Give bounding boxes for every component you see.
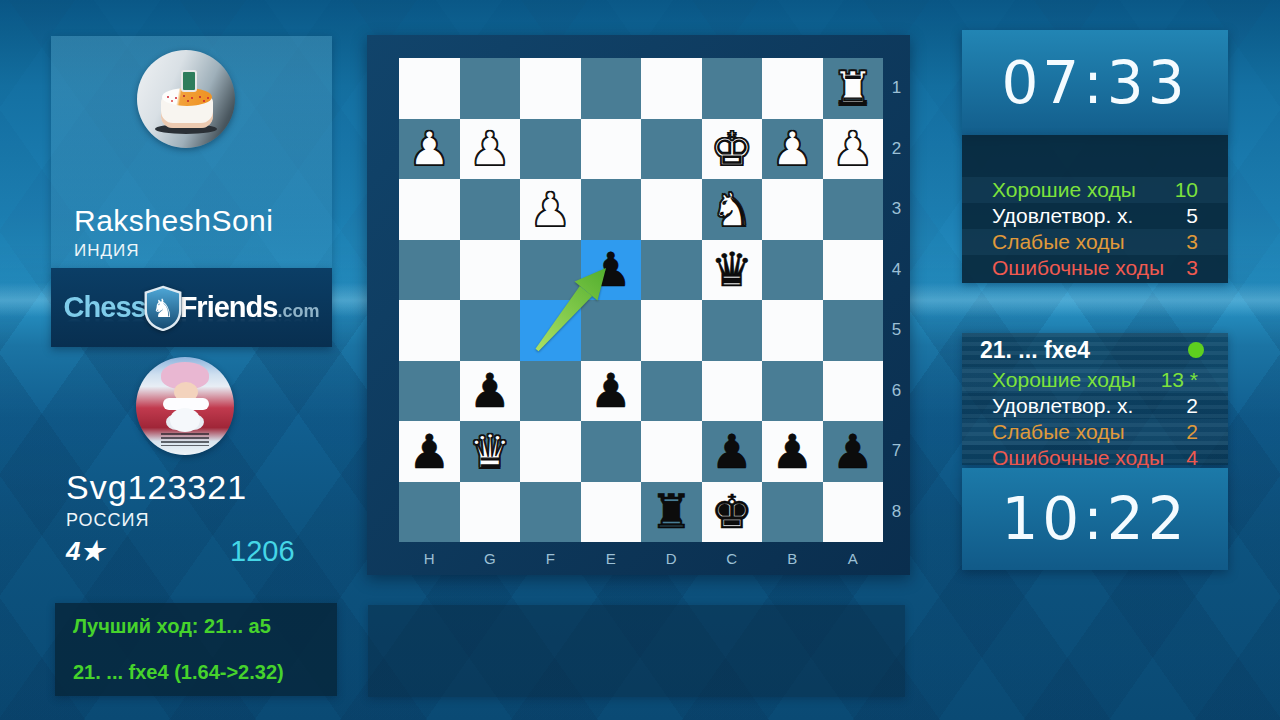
square-h2[interactable]: ♟	[399, 119, 460, 180]
square-e8[interactable]	[581, 482, 642, 543]
square-g3[interactable]	[460, 179, 521, 240]
logo-word-friends: Friends	[180, 291, 278, 324]
move-quality-stats-top: Хорошие ходы10Удовлетвор. х.5Слабые ходы…	[962, 135, 1228, 283]
current-move-panel: 21. ... fxe4 Хорошие ходы13 *Удовлетвор.…	[962, 333, 1228, 465]
file-label-c: C	[702, 542, 763, 575]
square-e6[interactable]: ♟	[581, 361, 642, 422]
square-a6[interactable]	[823, 361, 884, 422]
piece-white-pawn-b2[interactable]: ♟	[771, 125, 813, 172]
square-b1[interactable]	[762, 58, 823, 119]
file-label-e: E	[581, 542, 642, 575]
square-d5[interactable]	[641, 300, 702, 361]
piece-white-queen-g7[interactable]: ♛	[469, 428, 511, 475]
piece-black-pawn-e4[interactable]: ♟	[590, 246, 632, 293]
square-e2[interactable]	[581, 119, 642, 180]
piece-white-pawn-h2[interactable]: ♟	[408, 125, 450, 172]
square-f4[interactable]	[520, 240, 581, 301]
square-g1[interactable]	[460, 58, 521, 119]
piece-white-pawn-f3[interactable]: ♟	[529, 186, 571, 233]
file-label-d: D	[641, 542, 702, 575]
stat-label-weak: Слабые ходы	[992, 230, 1186, 254]
rank-label-6: 6	[883, 361, 910, 422]
player-name-bottom: Svg123321	[66, 468, 247, 507]
file-label-f: F	[520, 542, 581, 575]
move-quality-dot	[1188, 342, 1204, 358]
piece-white-pawn-g2[interactable]: ♟	[469, 125, 511, 172]
square-e5[interactable]	[581, 300, 642, 361]
player-country-top: ИНДИЯ	[74, 241, 140, 261]
square-g4[interactable]	[460, 240, 521, 301]
square-d3[interactable]	[641, 179, 702, 240]
file-label-h: H	[399, 542, 460, 575]
rank-label-1: 1	[883, 58, 910, 119]
square-c4[interactable]: ♛	[702, 240, 763, 301]
rank-label-4: 4	[883, 240, 910, 301]
square-b3[interactable]	[762, 179, 823, 240]
piece-black-pawn-g6[interactable]: ♟	[469, 367, 511, 414]
stat-value-bad: 3	[1186, 256, 1198, 280]
square-a4[interactable]	[823, 240, 884, 301]
square-g6[interactable]: ♟	[460, 361, 521, 422]
stat-label-weak: Слабые ходы	[992, 420, 1186, 444]
square-b8[interactable]	[762, 482, 823, 543]
player-stars-bottom: 4★	[66, 536, 104, 567]
stat-label-ok: Удовлетвор. х.	[992, 204, 1186, 228]
square-f6[interactable]	[520, 361, 581, 422]
square-a1[interactable]: ♜	[823, 58, 884, 119]
piece-white-pawn-a2[interactable]: ♟	[832, 125, 874, 172]
square-b5[interactable]	[762, 300, 823, 361]
best-move-line-2: 21. ... fxe4 (1.64->2.32)	[73, 661, 319, 684]
site-logo-bar: Chess ♞ Friends .com	[51, 268, 332, 347]
stat-row-bad: Ошибочные ходы3	[962, 255, 1228, 281]
player-name-top: RaksheshSoni	[74, 204, 273, 238]
avatar-bottom-player	[136, 357, 234, 455]
square-c8[interactable]: ♚	[702, 482, 763, 543]
piece-black-rook-d8[interactable]: ♜	[650, 488, 692, 535]
avatar-cake-badge	[181, 70, 197, 92]
square-b6[interactable]	[762, 361, 823, 422]
piece-black-king-c8[interactable]: ♚	[711, 488, 753, 535]
piece-black-queen-c4[interactable]: ♛	[711, 246, 753, 293]
piece-black-pawn-e6[interactable]: ♟	[590, 367, 632, 414]
square-b2[interactable]: ♟	[762, 119, 823, 180]
square-h3[interactable]	[399, 179, 460, 240]
square-b4[interactable]	[762, 240, 823, 301]
stat-value-good: 13 *	[1161, 368, 1198, 392]
stat-row-weak: Слабые ходы3	[962, 229, 1228, 255]
square-a8[interactable]	[823, 482, 884, 543]
square-g5[interactable]	[460, 300, 521, 361]
square-f5[interactable]	[520, 300, 581, 361]
piece-black-pawn-c7[interactable]: ♟	[711, 428, 753, 475]
stat-row-good: Хорошие ходы10	[962, 177, 1228, 203]
stat-row-ok: Удовлетвор. х.5	[962, 203, 1228, 229]
stat-label-bad: Ошибочные ходы	[992, 256, 1186, 280]
rank-label-7: 7	[883, 421, 910, 482]
square-h5[interactable]	[399, 300, 460, 361]
square-h4[interactable]	[399, 240, 460, 301]
bottom-info-box	[368, 605, 905, 697]
clock-top-value: 07:33	[1001, 49, 1188, 117]
square-h6[interactable]	[399, 361, 460, 422]
square-a7[interactable]: ♟	[823, 421, 884, 482]
square-c2[interactable]: ♚	[702, 119, 763, 180]
square-f1[interactable]	[520, 58, 581, 119]
stat-value-ok: 5	[1186, 204, 1198, 228]
square-d8[interactable]: ♜	[641, 482, 702, 543]
chess-board-frame: ♜♟♟♚♟♟♟♞♟♛♟♟♟♛♟♟♟♜♚ 12345678 HGFEDCBA	[367, 35, 910, 575]
best-move-line-1: Лучший ход: 21... a5	[73, 615, 319, 638]
square-h8[interactable]	[399, 482, 460, 543]
square-c7[interactable]: ♟	[702, 421, 763, 482]
file-label-b: B	[762, 542, 823, 575]
avatar-cake-sprinkles	[167, 96, 169, 98]
square-c5[interactable]	[702, 300, 763, 361]
square-h7[interactable]: ♟	[399, 421, 460, 482]
stat-label-bad: Ошибочные ходы	[992, 446, 1186, 470]
stat-value-weak: 2	[1186, 420, 1198, 444]
stat-value-good: 10	[1175, 178, 1198, 202]
current-move-header: 21. ... fxe4	[962, 333, 1228, 367]
avatar-top-player	[137, 50, 235, 148]
square-c6[interactable]	[702, 361, 763, 422]
square-a5[interactable]	[823, 300, 884, 361]
square-c3[interactable]: ♞	[702, 179, 763, 240]
square-d7[interactable]	[641, 421, 702, 482]
piece-black-pawn-a7[interactable]: ♟	[832, 428, 874, 475]
clock-bottom-player: 10:22	[962, 468, 1228, 570]
svg-text:♞: ♞	[151, 293, 173, 322]
current-move-san: 21. ... fxe4	[980, 337, 1188, 364]
square-g8[interactable]	[460, 482, 521, 543]
player-country-bottom: РОССИЯ	[66, 510, 150, 531]
square-e4[interactable]: ♟	[581, 240, 642, 301]
file-label-a: A	[823, 542, 884, 575]
square-b7[interactable]: ♟	[762, 421, 823, 482]
avatar-girl-caption	[161, 433, 209, 446]
stat-row-ok: Удовлетвор. х.2	[962, 393, 1228, 419]
square-h1[interactable]	[399, 58, 460, 119]
square-a3[interactable]	[823, 179, 884, 240]
best-move-box: Лучший ход: 21... a5 21. ... fxe4 (1.64-…	[55, 603, 337, 696]
stat-value-weak: 3	[1186, 230, 1198, 254]
file-labels: HGFEDCBA	[399, 542, 883, 575]
square-d1[interactable]	[641, 58, 702, 119]
square-f2[interactable]	[520, 119, 581, 180]
stat-label-ok: Удовлетвор. х.	[992, 394, 1186, 418]
logo-word-chess: Chess	[64, 291, 146, 324]
stat-value-bad: 4	[1186, 446, 1198, 470]
piece-black-pawn-h7[interactable]: ♟	[408, 428, 450, 475]
square-g7[interactable]: ♛	[460, 421, 521, 482]
square-d4[interactable]	[641, 240, 702, 301]
stat-label-good: Хорошие ходы	[992, 368, 1161, 392]
site-logo: Chess ♞ Friends .com	[64, 285, 320, 331]
square-e1[interactable]	[581, 58, 642, 119]
square-e3[interactable]	[581, 179, 642, 240]
stat-row-weak: Слабые ходы2	[962, 419, 1228, 445]
clock-top-player: 07:33	[962, 30, 1228, 135]
player-rating-bottom: 1206	[230, 535, 295, 568]
rank-label-5: 5	[883, 300, 910, 361]
square-e7[interactable]	[581, 421, 642, 482]
player-card-top: RaksheshSoni ИНДИЯ 16★ 1028	[51, 36, 332, 268]
stat-row-good: Хорошие ходы13 *	[962, 367, 1228, 393]
piece-white-rook-a1[interactable]: ♜	[832, 65, 874, 112]
file-label-g: G	[460, 542, 521, 575]
clock-bottom-value: 10:22	[1001, 485, 1188, 553]
chess-board[interactable]: ♜♟♟♚♟♟♟♞♟♛♟♟♟♛♟♟♟♜♚	[399, 58, 883, 542]
stat-label-good: Хорошие ходы	[992, 178, 1175, 202]
rank-label-2: 2	[883, 119, 910, 180]
rank-labels: 12345678	[883, 58, 910, 542]
piece-white-knight-c3[interactable]: ♞	[711, 186, 753, 233]
square-g2[interactable]: ♟	[460, 119, 521, 180]
square-a2[interactable]: ♟	[823, 119, 884, 180]
avatar-girl-muff	[170, 408, 200, 432]
piece-white-king-c2[interactable]: ♚	[711, 125, 753, 172]
move-quality-stats-current: Хорошие ходы13 *Удовлетвор. х.2Слабые хо…	[962, 367, 1228, 471]
rank-label-3: 3	[883, 179, 910, 240]
square-f3[interactable]: ♟	[520, 179, 581, 240]
square-d6[interactable]	[641, 361, 702, 422]
rank-label-8: 8	[883, 482, 910, 543]
knight-shield-icon: ♞	[143, 285, 183, 331]
square-d2[interactable]	[641, 119, 702, 180]
piece-black-pawn-b7[interactable]: ♟	[771, 428, 813, 475]
stat-value-ok: 2	[1186, 394, 1198, 418]
square-c1[interactable]	[702, 58, 763, 119]
logo-suffix-com: .com	[277, 301, 319, 322]
square-f7[interactable]	[520, 421, 581, 482]
square-f8[interactable]	[520, 482, 581, 543]
